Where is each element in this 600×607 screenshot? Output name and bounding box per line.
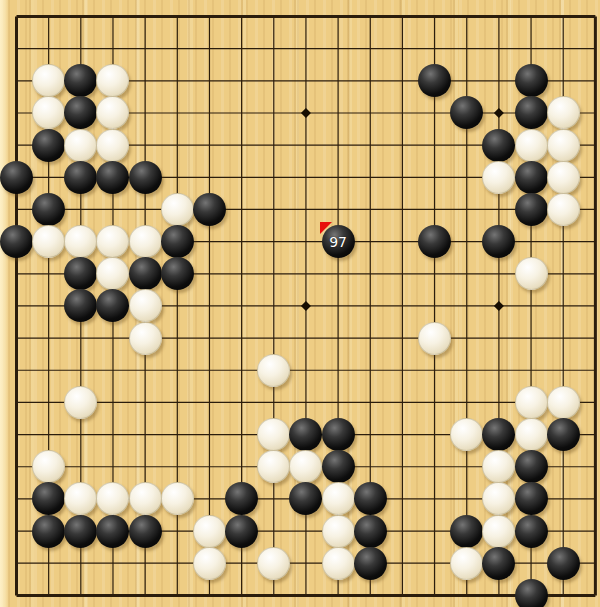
white-stone xyxy=(547,193,580,226)
last-move-marker-icon xyxy=(320,222,332,234)
black-stone xyxy=(0,225,33,258)
black-stone xyxy=(515,579,548,607)
black-stone xyxy=(96,515,129,548)
black-stone xyxy=(418,225,451,258)
black-stone xyxy=(64,161,97,194)
black-stone xyxy=(515,96,548,129)
black-stone xyxy=(354,482,387,515)
black-stone xyxy=(515,161,548,194)
star-point xyxy=(301,301,311,311)
white-stone xyxy=(64,129,97,162)
black-stone xyxy=(322,450,355,483)
black-stone xyxy=(32,129,65,162)
white-stone xyxy=(547,129,580,162)
black-stone xyxy=(354,515,387,548)
star-point xyxy=(494,108,504,118)
white-stone xyxy=(515,257,548,290)
white-stone xyxy=(161,193,194,226)
black-stone xyxy=(129,257,162,290)
white-stone xyxy=(129,482,162,515)
white-stone xyxy=(547,161,580,194)
black-stone xyxy=(482,547,515,580)
black-stone xyxy=(547,547,580,580)
white-stone xyxy=(257,354,290,387)
black-stone xyxy=(32,515,65,548)
black-stone xyxy=(161,225,194,258)
star-point xyxy=(301,108,311,118)
white-stone xyxy=(257,547,290,580)
white-stone xyxy=(64,386,97,419)
star-point xyxy=(494,301,504,311)
white-stone xyxy=(96,129,129,162)
move-number-label: 97 xyxy=(329,235,347,249)
black-stone xyxy=(129,515,162,548)
last-move-stone: 97 xyxy=(322,225,355,258)
black-stone xyxy=(161,257,194,290)
white-stone xyxy=(515,386,548,419)
white-stone xyxy=(322,547,355,580)
white-stone xyxy=(322,515,355,548)
black-stone xyxy=(32,193,65,226)
black-stone xyxy=(322,418,355,451)
white-stone xyxy=(129,225,162,258)
white-stone xyxy=(482,161,515,194)
black-stone xyxy=(64,515,97,548)
black-stone xyxy=(0,161,33,194)
white-stone xyxy=(193,515,226,548)
black-stone xyxy=(450,515,483,548)
white-stone xyxy=(322,482,355,515)
black-stone xyxy=(515,193,548,226)
white-stone xyxy=(418,322,451,355)
white-stone xyxy=(515,418,548,451)
black-stone xyxy=(482,129,515,162)
white-stone xyxy=(161,482,194,515)
black-stone xyxy=(515,482,548,515)
black-stone xyxy=(547,418,580,451)
white-stone xyxy=(482,515,515,548)
white-stone xyxy=(547,96,580,129)
black-stone xyxy=(225,515,258,548)
white-stone xyxy=(129,289,162,322)
black-stone xyxy=(354,547,387,580)
black-stone xyxy=(515,64,548,97)
go-board[interactable]: 97 xyxy=(0,0,600,607)
black-stone xyxy=(193,193,226,226)
black-stone xyxy=(129,161,162,194)
black-stone xyxy=(515,515,548,548)
white-stone xyxy=(129,322,162,355)
white-stone xyxy=(450,547,483,580)
white-stone xyxy=(193,547,226,580)
white-stone xyxy=(547,386,580,419)
black-stone xyxy=(515,450,548,483)
white-stone xyxy=(515,129,548,162)
